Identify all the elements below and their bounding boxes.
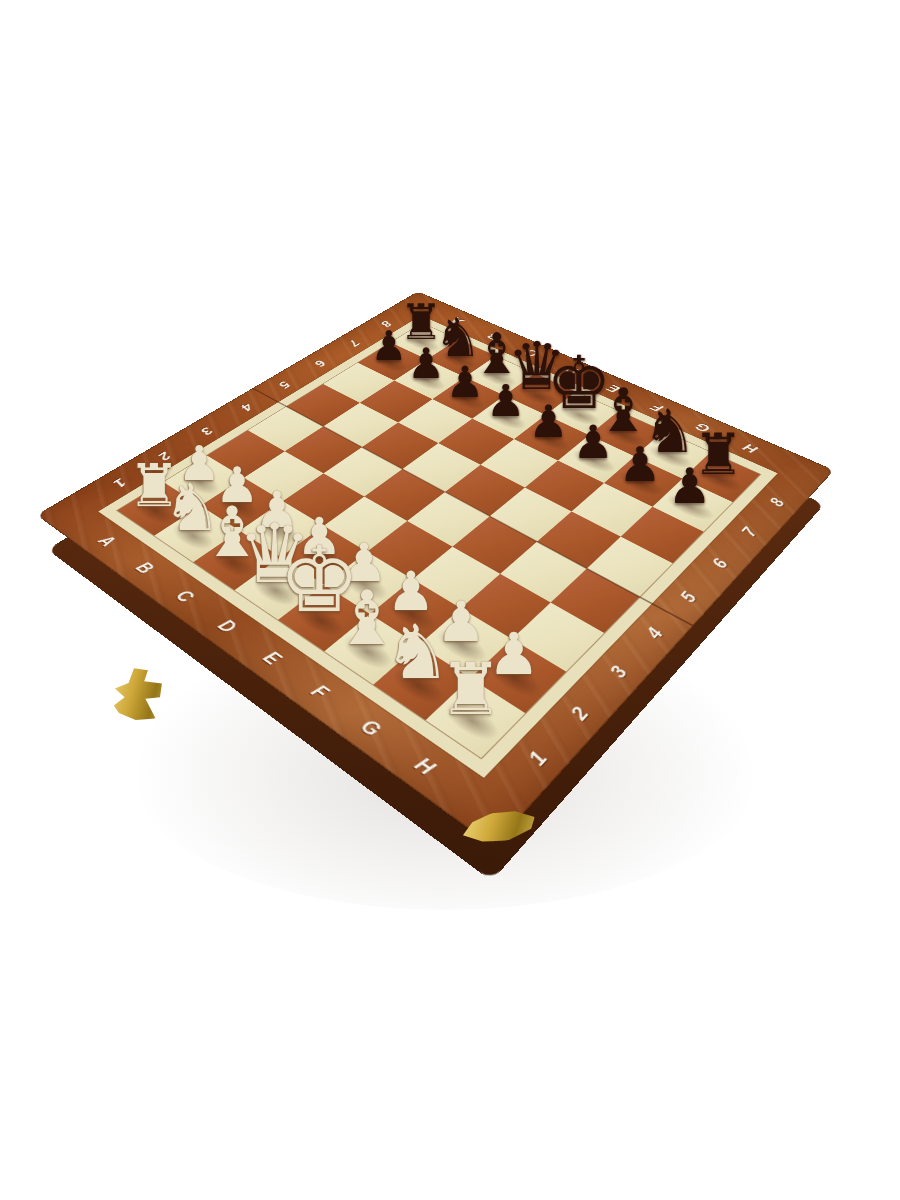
chess-set-photo: AA11BB22CC33DD44EE55FF66GG77HH88 ♜♞♝♛♚♝♞… [0, 0, 900, 1200]
piece-contact-shadow [386, 661, 452, 709]
piece-contact-shadow [438, 695, 506, 746]
piece-contact-shadow [337, 629, 400, 674]
